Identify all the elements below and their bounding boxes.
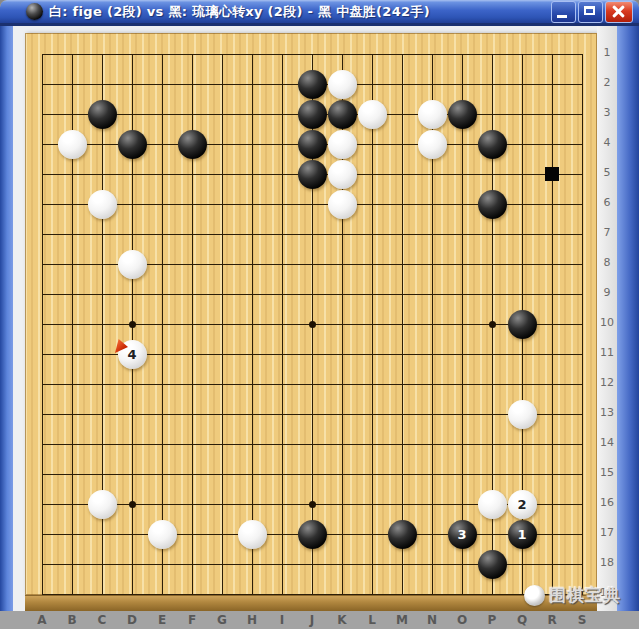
maximize-button[interactable]: [578, 1, 603, 23]
stone-white-N3: [418, 100, 447, 129]
column-label-F: F: [182, 613, 202, 627]
stone-white-H17: [238, 520, 267, 549]
column-label-L: L: [362, 613, 382, 627]
row-label-4: 4: [597, 136, 617, 149]
row-label-13: 13: [597, 406, 617, 419]
column-label-I: I: [272, 613, 292, 627]
column-label-E: E: [152, 613, 172, 627]
stone-white-C6: [88, 190, 117, 219]
watermark-logo-icon: [524, 585, 545, 606]
row-label-3: 3: [597, 106, 617, 119]
star-point-P10: [489, 321, 496, 328]
column-label-M: M: [392, 613, 412, 627]
stone-black-J17: [298, 520, 327, 549]
go-viewer-window: 白: fige (2段) vs 黑: 琉璃心转xy (2段) - 黑 中盘胜(2…: [0, 0, 639, 629]
row-label-6: 6: [597, 196, 617, 209]
row-label-9: 9: [597, 286, 617, 299]
stone-black-O3: [448, 100, 477, 129]
window-title: 白: fige (2段) vs 黑: 琉璃心转xy (2段) - 黑 中盘胜(2…: [49, 3, 551, 21]
watermark: 围棋宝典: [524, 584, 621, 607]
stone-white-K2: [328, 70, 357, 99]
window-border-left: [0, 26, 13, 611]
row-label-1: 1: [597, 46, 617, 59]
column-label-G: G: [212, 613, 232, 627]
row-label-11: 11: [597, 346, 617, 359]
row-labels: 12345678910111213141516171819: [597, 26, 617, 611]
stone-white-E17: [148, 520, 177, 549]
star-point-J16: [309, 501, 316, 508]
stone-black-K3: [328, 100, 357, 129]
column-label-J: J: [302, 613, 322, 627]
stone-black-P6: [478, 190, 507, 219]
stone-white-C16: [88, 490, 117, 519]
stone-black-C3: [88, 100, 117, 129]
stone-black-J3: [298, 100, 327, 129]
stone-black-J2: [298, 70, 327, 99]
stone-black-Q10: [508, 310, 537, 339]
column-label-K: K: [332, 613, 352, 627]
stone-white-Q16: 2: [508, 490, 537, 519]
move-number-label: 2: [508, 490, 537, 519]
stone-black-P18: [478, 550, 507, 579]
stone-white-K4: [328, 130, 357, 159]
window-controls: [551, 1, 633, 23]
maximize-icon: [584, 6, 595, 15]
column-label-C: C: [92, 613, 112, 627]
column-labels: ABCDEFGHIJKLMNOPQRS: [0, 611, 639, 629]
stone-white-K5: [328, 160, 357, 189]
row-label-10: 10: [597, 316, 617, 329]
go-stone-app-icon: [26, 3, 43, 20]
move-number-label: 1: [508, 520, 537, 549]
star-point-D10: [129, 321, 136, 328]
row-label-2: 2: [597, 76, 617, 89]
row-label-16: 16: [597, 496, 617, 509]
column-label-D: D: [122, 613, 142, 627]
move-number-label: 3: [448, 520, 477, 549]
column-label-N: N: [422, 613, 442, 627]
title-bar: 白: fige (2段) vs 黑: 琉璃心转xy (2段) - 黑 中盘胜(2…: [0, 0, 639, 26]
row-label-17: 17: [597, 526, 617, 539]
minimize-icon: [557, 15, 567, 18]
stone-white-P16: [478, 490, 507, 519]
goban-bevel-edge: [25, 595, 597, 611]
column-label-P: P: [482, 613, 502, 627]
star-point-D16: [129, 501, 136, 508]
watermark-text: 围棋宝典: [549, 584, 621, 607]
window-border-right: [617, 26, 639, 611]
row-label-18: 18: [597, 556, 617, 569]
stone-white-K6: [328, 190, 357, 219]
stone-black-O17: 3: [448, 520, 477, 549]
column-label-O: O: [452, 613, 472, 627]
stone-white-L3: [358, 100, 387, 129]
column-label-R: R: [542, 613, 562, 627]
row-label-14: 14: [597, 436, 617, 449]
stone-white-N4: [418, 130, 447, 159]
column-label-A: A: [32, 613, 52, 627]
column-label-B: B: [62, 613, 82, 627]
stone-black-D4: [118, 130, 147, 159]
stone-black-Q17: 1: [508, 520, 537, 549]
close-button[interactable]: [605, 1, 633, 23]
stone-white-D8: [118, 250, 147, 279]
star-point-J10: [309, 321, 316, 328]
stone-black-J4: [298, 130, 327, 159]
row-label-5: 5: [597, 166, 617, 179]
row-label-15: 15: [597, 466, 617, 479]
black-square-marker-R5: [545, 167, 559, 181]
column-label-S: S: [572, 613, 592, 627]
stone-black-F4: [178, 130, 207, 159]
row-label-7: 7: [597, 226, 617, 239]
minimize-button[interactable]: [551, 1, 576, 23]
stone-black-P4: [478, 130, 507, 159]
stone-white-Q13: [508, 400, 537, 429]
stone-white-B4: [58, 130, 87, 159]
column-label-H: H: [242, 613, 262, 627]
stone-black-M17: [388, 520, 417, 549]
stone-black-J5: [298, 160, 327, 189]
row-label-12: 12: [597, 376, 617, 389]
column-label-Q: Q: [512, 613, 532, 627]
goban-grid[interactable]: 3142: [42, 54, 583, 595]
row-label-8: 8: [597, 256, 617, 269]
